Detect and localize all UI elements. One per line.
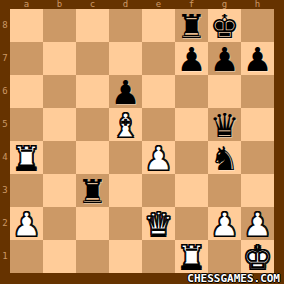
file-label-h: h bbox=[241, 0, 274, 9]
rank-label-4: 4 bbox=[0, 141, 10, 174]
white-pawn-a2[interactable]: ♟ bbox=[12, 208, 42, 241]
square-h8[interactable] bbox=[241, 9, 274, 42]
square-g4[interactable]: ♞ bbox=[208, 141, 241, 174]
square-a8[interactable] bbox=[10, 9, 43, 42]
square-a1[interactable] bbox=[10, 240, 43, 273]
square-d5[interactable]: ♝ bbox=[109, 108, 142, 141]
square-e8[interactable] bbox=[142, 9, 175, 42]
black-rook-f8[interactable]: ♜ bbox=[177, 10, 207, 43]
square-b4[interactable] bbox=[43, 141, 76, 174]
square-b3[interactable] bbox=[43, 174, 76, 207]
square-h1[interactable]: ♚ bbox=[241, 240, 274, 273]
square-h3[interactable] bbox=[241, 174, 274, 207]
rank-labels: 87654321 bbox=[0, 9, 10, 273]
square-e5[interactable] bbox=[142, 108, 175, 141]
white-rook-f1[interactable]: ♜ bbox=[177, 241, 207, 274]
square-b8[interactable] bbox=[43, 9, 76, 42]
square-e3[interactable] bbox=[142, 174, 175, 207]
rank-label-7: 7 bbox=[0, 42, 10, 75]
white-bishop-d5[interactable]: ♝ bbox=[111, 109, 141, 142]
square-e2[interactable]: ♛ bbox=[142, 207, 175, 240]
square-c4[interactable] bbox=[76, 141, 109, 174]
square-c8[interactable] bbox=[76, 9, 109, 42]
rank-label-8: 8 bbox=[0, 9, 10, 42]
square-g1[interactable] bbox=[208, 240, 241, 273]
square-f6[interactable] bbox=[175, 75, 208, 108]
square-c5[interactable] bbox=[76, 108, 109, 141]
square-b5[interactable] bbox=[43, 108, 76, 141]
square-d8[interactable] bbox=[109, 9, 142, 42]
square-g7[interactable]: ♟ bbox=[208, 42, 241, 75]
file-label-b: b bbox=[43, 0, 76, 9]
square-e4[interactable]: ♟ bbox=[142, 141, 175, 174]
file-label-d: d bbox=[109, 0, 142, 9]
square-f5[interactable] bbox=[175, 108, 208, 141]
square-f4[interactable] bbox=[175, 141, 208, 174]
chess-board: ♜♚♟♟♟♟♝♛♜♟♞♜♟♛♟♟♜♚ bbox=[10, 9, 274, 273]
square-b2[interactable] bbox=[43, 207, 76, 240]
square-g6[interactable] bbox=[208, 75, 241, 108]
black-knight-g4[interactable]: ♞ bbox=[210, 142, 240, 175]
square-f3[interactable] bbox=[175, 174, 208, 207]
black-king-g8[interactable]: ♚ bbox=[210, 10, 240, 43]
square-f2[interactable] bbox=[175, 207, 208, 240]
black-pawn-h7[interactable]: ♟ bbox=[243, 43, 273, 76]
square-h4[interactable] bbox=[241, 141, 274, 174]
rank-label-1: 1 bbox=[0, 240, 10, 273]
square-g3[interactable] bbox=[208, 174, 241, 207]
black-queen-g5[interactable]: ♛ bbox=[210, 109, 240, 142]
black-pawn-d6[interactable]: ♟ bbox=[111, 76, 141, 109]
file-label-e: e bbox=[142, 0, 175, 9]
square-d6[interactable]: ♟ bbox=[109, 75, 142, 108]
square-b6[interactable] bbox=[43, 75, 76, 108]
square-g5[interactable]: ♛ bbox=[208, 108, 241, 141]
white-pawn-e4[interactable]: ♟ bbox=[144, 142, 174, 175]
square-c6[interactable] bbox=[76, 75, 109, 108]
black-rook-c3[interactable]: ♜ bbox=[78, 175, 108, 208]
square-e1[interactable] bbox=[142, 240, 175, 273]
square-e6[interactable] bbox=[142, 75, 175, 108]
rank-label-2: 2 bbox=[0, 207, 10, 240]
file-label-a: a bbox=[10, 0, 43, 9]
square-c2[interactable] bbox=[76, 207, 109, 240]
white-pawn-g2[interactable]: ♟ bbox=[210, 208, 240, 241]
chess-diagram: abcdefgh 87654321 ♜♚♟♟♟♟♝♛♜♟♞♜♟♛♟♟♜♚ CHE… bbox=[0, 0, 284, 284]
square-f8[interactable]: ♜ bbox=[175, 9, 208, 42]
square-a4[interactable]: ♜ bbox=[10, 141, 43, 174]
square-h6[interactable] bbox=[241, 75, 274, 108]
square-b7[interactable] bbox=[43, 42, 76, 75]
square-a5[interactable] bbox=[10, 108, 43, 141]
white-queen-e2[interactable]: ♛ bbox=[144, 208, 174, 241]
square-h2[interactable]: ♟ bbox=[241, 207, 274, 240]
square-g2[interactable]: ♟ bbox=[208, 207, 241, 240]
square-a7[interactable] bbox=[10, 42, 43, 75]
square-g8[interactable]: ♚ bbox=[208, 9, 241, 42]
square-d4[interactable] bbox=[109, 141, 142, 174]
file-label-c: c bbox=[76, 0, 109, 9]
square-f7[interactable]: ♟ bbox=[175, 42, 208, 75]
square-b1[interactable] bbox=[43, 240, 76, 273]
white-rook-a4[interactable]: ♜ bbox=[12, 142, 42, 175]
rank-label-6: 6 bbox=[0, 75, 10, 108]
square-h5[interactable] bbox=[241, 108, 274, 141]
rank-label-5: 5 bbox=[0, 108, 10, 141]
square-c3[interactable]: ♜ bbox=[76, 174, 109, 207]
square-d3[interactable] bbox=[109, 174, 142, 207]
square-d2[interactable] bbox=[109, 207, 142, 240]
square-a6[interactable] bbox=[10, 75, 43, 108]
square-a3[interactable] bbox=[10, 174, 43, 207]
white-pawn-h2[interactable]: ♟ bbox=[243, 208, 273, 241]
square-d1[interactable] bbox=[109, 240, 142, 273]
square-d7[interactable] bbox=[109, 42, 142, 75]
square-a2[interactable]: ♟ bbox=[10, 207, 43, 240]
rank-label-3: 3 bbox=[0, 174, 10, 207]
watermark: CHESSGAMES.COM bbox=[187, 273, 280, 284]
square-f1[interactable]: ♜ bbox=[175, 240, 208, 273]
white-king-h1[interactable]: ♚ bbox=[243, 241, 273, 274]
square-c7[interactable] bbox=[76, 42, 109, 75]
black-pawn-g7[interactable]: ♟ bbox=[210, 43, 240, 76]
square-c1[interactable] bbox=[76, 240, 109, 273]
square-e7[interactable] bbox=[142, 42, 175, 75]
square-h7[interactable]: ♟ bbox=[241, 42, 274, 75]
black-pawn-f7[interactable]: ♟ bbox=[177, 43, 207, 76]
